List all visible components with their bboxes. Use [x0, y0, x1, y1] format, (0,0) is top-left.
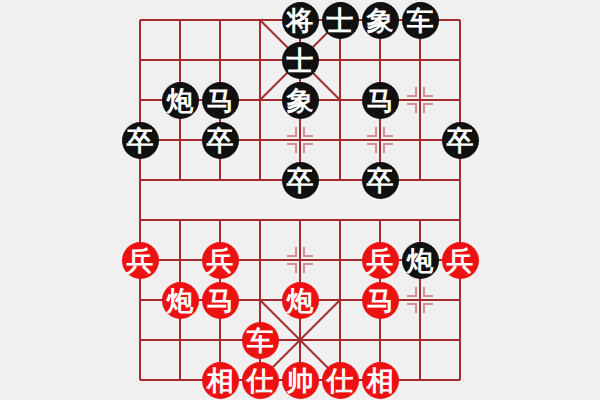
piece-red-soldier[interactable]: 兵 [202, 242, 239, 279]
piece-black-soldier[interactable]: 卒 [362, 162, 399, 199]
piece-black-cannon[interactable]: 炮 [402, 242, 439, 279]
piece-red-cannon[interactable]: 炮 [282, 282, 319, 319]
piece-black-horse[interactable]: 马 [202, 82, 239, 119]
piece-red-elephant[interactable]: 相 [202, 362, 239, 399]
xiangqi-board: 将士象车士炮马象马卒卒卒卒卒兵兵兵炮兵炮马炮马车相仕帅仕相 [120, 0, 480, 400]
piece-black-chariot[interactable]: 车 [402, 2, 439, 39]
piece-red-soldier[interactable]: 兵 [442, 242, 479, 279]
piece-red-advisor[interactable]: 仕 [322, 362, 359, 399]
piece-black-elephant[interactable]: 象 [282, 82, 319, 119]
piece-black-advisor[interactable]: 士 [322, 2, 359, 39]
piece-red-elephant[interactable]: 相 [362, 362, 399, 399]
piece-black-king[interactable]: 将 [282, 2, 319, 39]
piece-red-cannon[interactable]: 炮 [162, 282, 199, 319]
piece-black-soldier[interactable]: 卒 [202, 122, 239, 159]
piece-red-advisor[interactable]: 仕 [242, 362, 279, 399]
piece-black-elephant[interactable]: 象 [362, 2, 399, 39]
piece-red-king[interactable]: 帅 [282, 362, 319, 399]
piece-black-advisor[interactable]: 士 [282, 42, 319, 79]
xiangqi-app: 将士象车士炮马象马卒卒卒卒卒兵兵兵炮兵炮马炮马车相仕帅仕相 [0, 0, 600, 400]
piece-black-soldier[interactable]: 卒 [442, 122, 479, 159]
piece-black-soldier[interactable]: 卒 [282, 162, 319, 199]
piece-red-chariot[interactable]: 车 [242, 322, 279, 359]
piece-red-soldier[interactable]: 兵 [122, 242, 159, 279]
piece-red-horse[interactable]: 马 [362, 282, 399, 319]
piece-black-cannon[interactable]: 炮 [162, 82, 199, 119]
piece-black-horse[interactable]: 马 [362, 82, 399, 119]
piece-black-soldier[interactable]: 卒 [122, 122, 159, 159]
piece-red-horse[interactable]: 马 [202, 282, 239, 319]
piece-red-soldier[interactable]: 兵 [362, 242, 399, 279]
